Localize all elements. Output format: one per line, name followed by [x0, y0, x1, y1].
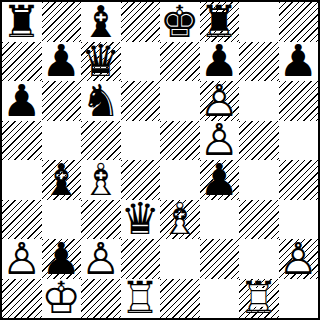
- square-h6[interactable]: [279, 81, 319, 121]
- chessboard: ♜♜♝♝♚♚♜♜♟♟♛♛♟♟♟♟♟♟♞♞♟♙♟♙♝♝♝♗♟♟♛♛♝♗♟♙♟♟♟♙…: [0, 0, 320, 320]
- piece-white-pawn[interactable]: ♙: [81, 239, 121, 279]
- piece-black-queen[interactable]: ♛: [81, 42, 121, 82]
- piece-white-king[interactable]: ♔: [42, 279, 82, 319]
- square-h4[interactable]: [279, 160, 319, 200]
- square-a2[interactable]: ♟♙: [2, 239, 42, 279]
- square-f3[interactable]: [200, 200, 240, 240]
- piece-white-bishop[interactable]: ♗: [81, 160, 121, 200]
- square-e3[interactable]: ♝♗: [160, 200, 200, 240]
- square-g3[interactable]: [239, 200, 279, 240]
- piece-black-rook[interactable]: ♜: [2, 2, 42, 42]
- square-c2[interactable]: ♟♙: [81, 239, 121, 279]
- square-e7[interactable]: [160, 42, 200, 82]
- piece-white-bishop[interactable]: ♗: [160, 200, 200, 240]
- square-a1[interactable]: [2, 279, 42, 319]
- square-c3[interactable]: [81, 200, 121, 240]
- square-h1[interactable]: [279, 279, 319, 319]
- square-f4[interactable]: ♟♟: [200, 160, 240, 200]
- piece-black-pawn[interactable]: ♟: [279, 42, 319, 82]
- square-h2[interactable]: ♟♙: [279, 239, 319, 279]
- square-b3[interactable]: [42, 200, 82, 240]
- square-b8[interactable]: [42, 2, 82, 42]
- piece-black-queen[interactable]: ♛: [121, 200, 161, 240]
- square-d2[interactable]: [121, 239, 161, 279]
- square-d3[interactable]: ♛♛: [121, 200, 161, 240]
- square-h3[interactable]: [279, 200, 319, 240]
- square-g5[interactable]: [239, 121, 279, 161]
- square-a3[interactable]: [2, 200, 42, 240]
- square-h5[interactable]: [279, 121, 319, 161]
- square-a5[interactable]: [2, 121, 42, 161]
- square-c5[interactable]: [81, 121, 121, 161]
- square-b2[interactable]: ♟♟: [42, 239, 82, 279]
- square-b6[interactable]: [42, 81, 82, 121]
- square-e2[interactable]: [160, 239, 200, 279]
- square-g2[interactable]: [239, 239, 279, 279]
- chessboard-container: ♜♜♝♝♚♚♜♜♟♟♛♛♟♟♟♟♟♟♞♞♟♙♟♙♝♝♝♗♟♟♛♛♝♗♟♙♟♟♟♙…: [0, 0, 320, 320]
- square-c6[interactable]: ♞♞: [81, 81, 121, 121]
- piece-black-pawn[interactable]: ♟: [2, 81, 42, 121]
- square-b5[interactable]: [42, 121, 82, 161]
- square-a4[interactable]: [2, 160, 42, 200]
- square-b7[interactable]: ♟♟: [42, 42, 82, 82]
- square-a8[interactable]: ♜♜: [2, 2, 42, 42]
- square-f8[interactable]: ♜♜: [200, 2, 240, 42]
- square-f2[interactable]: [200, 239, 240, 279]
- square-a7[interactable]: [2, 42, 42, 82]
- square-g6[interactable]: [239, 81, 279, 121]
- square-h8[interactable]: [279, 2, 319, 42]
- piece-white-pawn[interactable]: ♙: [200, 81, 240, 121]
- square-c7[interactable]: ♛♛: [81, 42, 121, 82]
- square-e4[interactable]: [160, 160, 200, 200]
- square-e5[interactable]: [160, 121, 200, 161]
- square-g8[interactable]: [239, 2, 279, 42]
- square-g7[interactable]: [239, 42, 279, 82]
- piece-black-bishop[interactable]: ♝: [81, 2, 121, 42]
- square-d8[interactable]: [121, 2, 161, 42]
- square-b1[interactable]: ♚♔: [42, 279, 82, 319]
- piece-black-pawn[interactable]: ♟: [42, 239, 82, 279]
- piece-black-bishop[interactable]: ♝: [42, 160, 82, 200]
- square-g1[interactable]: ♜♖: [239, 279, 279, 319]
- piece-white-rook[interactable]: ♖: [239, 279, 279, 319]
- piece-black-pawn[interactable]: ♟: [200, 160, 240, 200]
- square-e6[interactable]: [160, 81, 200, 121]
- square-h7[interactable]: ♟♟: [279, 42, 319, 82]
- square-d6[interactable]: [121, 81, 161, 121]
- square-d7[interactable]: [121, 42, 161, 82]
- square-c8[interactable]: ♝♝: [81, 2, 121, 42]
- piece-white-pawn[interactable]: ♙: [2, 239, 42, 279]
- square-g4[interactable]: [239, 160, 279, 200]
- piece-black-knight[interactable]: ♞: [81, 81, 121, 121]
- piece-white-pawn[interactable]: ♙: [200, 121, 240, 161]
- square-c1[interactable]: [81, 279, 121, 319]
- square-f1[interactable]: [200, 279, 240, 319]
- piece-black-king[interactable]: ♚: [160, 2, 200, 42]
- square-f5[interactable]: ♟♙: [200, 121, 240, 161]
- piece-black-rook[interactable]: ♜: [200, 2, 240, 42]
- square-b4[interactable]: ♝♝: [42, 160, 82, 200]
- piece-black-pawn[interactable]: ♟: [42, 42, 82, 82]
- square-d1[interactable]: ♜♖: [121, 279, 161, 319]
- square-c4[interactable]: ♝♗: [81, 160, 121, 200]
- square-d4[interactable]: [121, 160, 161, 200]
- piece-white-rook[interactable]: ♖: [121, 279, 161, 319]
- square-d5[interactable]: [121, 121, 161, 161]
- square-f7[interactable]: ♟♟: [200, 42, 240, 82]
- square-f6[interactable]: ♟♙: [200, 81, 240, 121]
- square-a6[interactable]: ♟♟: [2, 81, 42, 121]
- square-e8[interactable]: ♚♚: [160, 2, 200, 42]
- piece-white-pawn[interactable]: ♙: [279, 239, 319, 279]
- piece-black-pawn[interactable]: ♟: [200, 42, 240, 82]
- square-e1[interactable]: [160, 279, 200, 319]
